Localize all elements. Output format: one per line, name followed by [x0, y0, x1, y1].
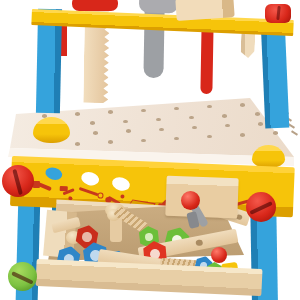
red-ball [211, 247, 227, 263]
peg-hole [192, 126, 197, 130]
peg-hole [159, 128, 164, 132]
peg-hole [207, 135, 212, 139]
mallet-handle [200, 22, 213, 94]
peg-hole [222, 114, 227, 118]
yellow-peg-right [252, 145, 285, 168]
peg-hole [225, 124, 230, 128]
wrench-print [79, 187, 99, 196]
white-oval-hole [111, 175, 132, 193]
peg-hole [141, 109, 146, 113]
peg-hole [207, 105, 212, 109]
yellow-peg-left [33, 117, 70, 143]
peg-hole [174, 107, 179, 111]
peg-hole [255, 112, 260, 116]
peg-hole [90, 121, 95, 125]
rail-red-knob [265, 4, 291, 23]
peg-hole [123, 120, 128, 124]
peg-hole [108, 110, 113, 114]
upper-post-right [261, 21, 290, 129]
peg-hole [240, 133, 245, 137]
scraper-head [139, 0, 179, 14]
peg-hole [141, 139, 146, 143]
peg-hole [258, 122, 263, 126]
peg-hole [126, 129, 131, 133]
peg-hole [156, 118, 161, 122]
red-screw-knob-left [2, 165, 34, 197]
peg-hole [75, 112, 80, 116]
white-oval-hole [80, 170, 101, 188]
peg-hole [189, 116, 194, 120]
vise-ball-handle [181, 191, 200, 210]
wrench-ring-print [97, 192, 103, 198]
hammer-head-print [60, 186, 68, 191]
peg-hole [108, 140, 113, 144]
peg-hole [75, 142, 80, 146]
peg-hole [174, 137, 179, 141]
toy-workbench-photo [0, 0, 300, 300]
green-screw-knob [8, 262, 37, 291]
peg-hole [240, 103, 245, 107]
blue-oval-print [44, 166, 64, 182]
red-screw-knob-right [246, 192, 276, 222]
peg-hole [273, 131, 278, 135]
dot-print [120, 194, 124, 198]
saw-handle [72, 0, 118, 11]
peg-hole [93, 131, 98, 135]
